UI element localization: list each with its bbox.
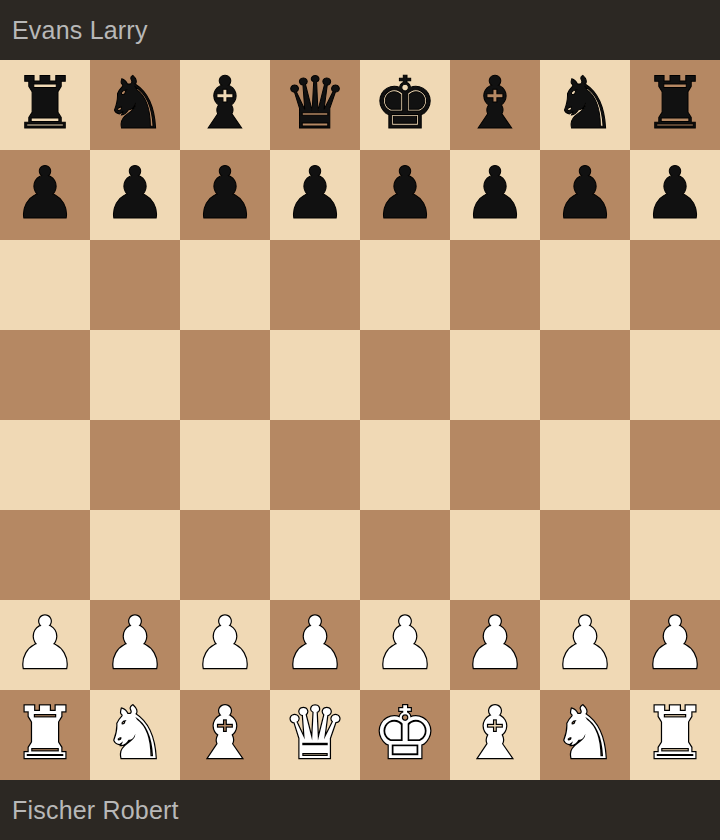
piece-white-queen[interactable]: ♛ [283, 688, 348, 778]
piece-white-pawn[interactable]: ♟ [13, 598, 78, 688]
square-f2[interactable]: ♟ [450, 600, 540, 690]
piece-white-king[interactable]: ♚ [373, 688, 438, 778]
player-name-bottom: Fischer Robert [12, 796, 179, 825]
square-e1[interactable]: ♚ [360, 690, 450, 780]
square-h7[interactable]: ♟ [630, 150, 720, 240]
piece-white-rook[interactable]: ♜ [643, 688, 708, 778]
piece-black-bishop[interactable]: ♝ [463, 58, 528, 148]
square-c2[interactable]: ♟ [180, 600, 270, 690]
square-b1[interactable]: ♞ [90, 690, 180, 780]
square-d3[interactable] [270, 510, 360, 600]
piece-black-pawn[interactable]: ♟ [193, 148, 258, 238]
square-c7[interactable]: ♟ [180, 150, 270, 240]
piece-white-bishop[interactable]: ♝ [463, 688, 528, 778]
piece-black-pawn[interactable]: ♟ [553, 148, 618, 238]
square-h1[interactable]: ♜ [630, 690, 720, 780]
square-d8[interactable]: ♛ [270, 60, 360, 150]
square-f1[interactable]: ♝ [450, 690, 540, 780]
square-a1[interactable]: ♜ [0, 690, 90, 780]
square-e8[interactable]: ♚ [360, 60, 450, 150]
square-a3[interactable] [0, 510, 90, 600]
square-b4[interactable] [90, 420, 180, 510]
piece-black-rook[interactable]: ♜ [643, 58, 708, 148]
square-b6[interactable] [90, 240, 180, 330]
square-c1[interactable]: ♝ [180, 690, 270, 780]
piece-black-pawn[interactable]: ♟ [463, 148, 528, 238]
square-d6[interactable] [270, 240, 360, 330]
chess-app: Evans Larry ♜♞♝♛♚♝♞♜♟♟♟♟♟♟♟♟♟♟♟♟♟♟♟♟♜♞♝♛… [0, 0, 720, 840]
player-name-top: Evans Larry [12, 16, 148, 45]
square-d5[interactable] [270, 330, 360, 420]
square-h2[interactable]: ♟ [630, 600, 720, 690]
piece-black-rook[interactable]: ♜ [13, 58, 78, 148]
square-g4[interactable] [540, 420, 630, 510]
square-g5[interactable] [540, 330, 630, 420]
piece-black-knight[interactable]: ♞ [103, 58, 168, 148]
piece-white-pawn[interactable]: ♟ [553, 598, 618, 688]
piece-white-pawn[interactable]: ♟ [103, 598, 168, 688]
piece-white-pawn[interactable]: ♟ [193, 598, 258, 688]
square-e7[interactable]: ♟ [360, 150, 450, 240]
square-h3[interactable] [630, 510, 720, 600]
square-f8[interactable]: ♝ [450, 60, 540, 150]
square-c5[interactable] [180, 330, 270, 420]
piece-black-pawn[interactable]: ♟ [103, 148, 168, 238]
square-b2[interactable]: ♟ [90, 600, 180, 690]
piece-white-pawn[interactable]: ♟ [373, 598, 438, 688]
square-d7[interactable]: ♟ [270, 150, 360, 240]
piece-white-pawn[interactable]: ♟ [643, 598, 708, 688]
square-f5[interactable] [450, 330, 540, 420]
square-a7[interactable]: ♟ [0, 150, 90, 240]
square-f3[interactable] [450, 510, 540, 600]
square-f7[interactable]: ♟ [450, 150, 540, 240]
square-h6[interactable] [630, 240, 720, 330]
piece-white-pawn[interactable]: ♟ [463, 598, 528, 688]
square-b3[interactable] [90, 510, 180, 600]
piece-white-pawn[interactable]: ♟ [283, 598, 348, 688]
square-d2[interactable]: ♟ [270, 600, 360, 690]
square-b5[interactable] [90, 330, 180, 420]
square-b7[interactable]: ♟ [90, 150, 180, 240]
piece-white-knight[interactable]: ♞ [553, 688, 618, 778]
square-g1[interactable]: ♞ [540, 690, 630, 780]
square-a4[interactable] [0, 420, 90, 510]
piece-white-rook[interactable]: ♜ [13, 688, 78, 778]
square-b8[interactable]: ♞ [90, 60, 180, 150]
square-f6[interactable] [450, 240, 540, 330]
square-g8[interactable]: ♞ [540, 60, 630, 150]
square-e2[interactable]: ♟ [360, 600, 450, 690]
square-d4[interactable] [270, 420, 360, 510]
square-e4[interactable] [360, 420, 450, 510]
square-c4[interactable] [180, 420, 270, 510]
square-c8[interactable]: ♝ [180, 60, 270, 150]
square-e5[interactable] [360, 330, 450, 420]
square-a2[interactable]: ♟ [0, 600, 90, 690]
square-a5[interactable] [0, 330, 90, 420]
square-d1[interactable]: ♛ [270, 690, 360, 780]
player-bar-bottom: Fischer Robert [0, 780, 720, 840]
piece-black-pawn[interactable]: ♟ [643, 148, 708, 238]
square-g3[interactable] [540, 510, 630, 600]
piece-black-bishop[interactable]: ♝ [193, 58, 258, 148]
square-c6[interactable] [180, 240, 270, 330]
square-g7[interactable]: ♟ [540, 150, 630, 240]
square-a6[interactable] [0, 240, 90, 330]
piece-black-knight[interactable]: ♞ [553, 58, 618, 148]
square-c3[interactable] [180, 510, 270, 600]
piece-black-pawn[interactable]: ♟ [13, 148, 78, 238]
square-g6[interactable] [540, 240, 630, 330]
square-a8[interactable]: ♜ [0, 60, 90, 150]
player-bar-top: Evans Larry [0, 0, 720, 60]
square-h5[interactable] [630, 330, 720, 420]
square-e6[interactable] [360, 240, 450, 330]
piece-white-bishop[interactable]: ♝ [193, 688, 258, 778]
chess-board: ♜♞♝♛♚♝♞♜♟♟♟♟♟♟♟♟♟♟♟♟♟♟♟♟♜♞♝♛♚♝♞♜ [0, 60, 720, 780]
square-h4[interactable] [630, 420, 720, 510]
piece-white-knight[interactable]: ♞ [103, 688, 168, 778]
square-e3[interactable] [360, 510, 450, 600]
square-h8[interactable]: ♜ [630, 60, 720, 150]
piece-black-king[interactable]: ♚ [373, 58, 438, 148]
piece-black-queen[interactable]: ♛ [283, 58, 348, 148]
square-f4[interactable] [450, 420, 540, 510]
square-g2[interactable]: ♟ [540, 600, 630, 690]
piece-black-pawn[interactable]: ♟ [373, 148, 438, 238]
piece-black-pawn[interactable]: ♟ [283, 148, 348, 238]
